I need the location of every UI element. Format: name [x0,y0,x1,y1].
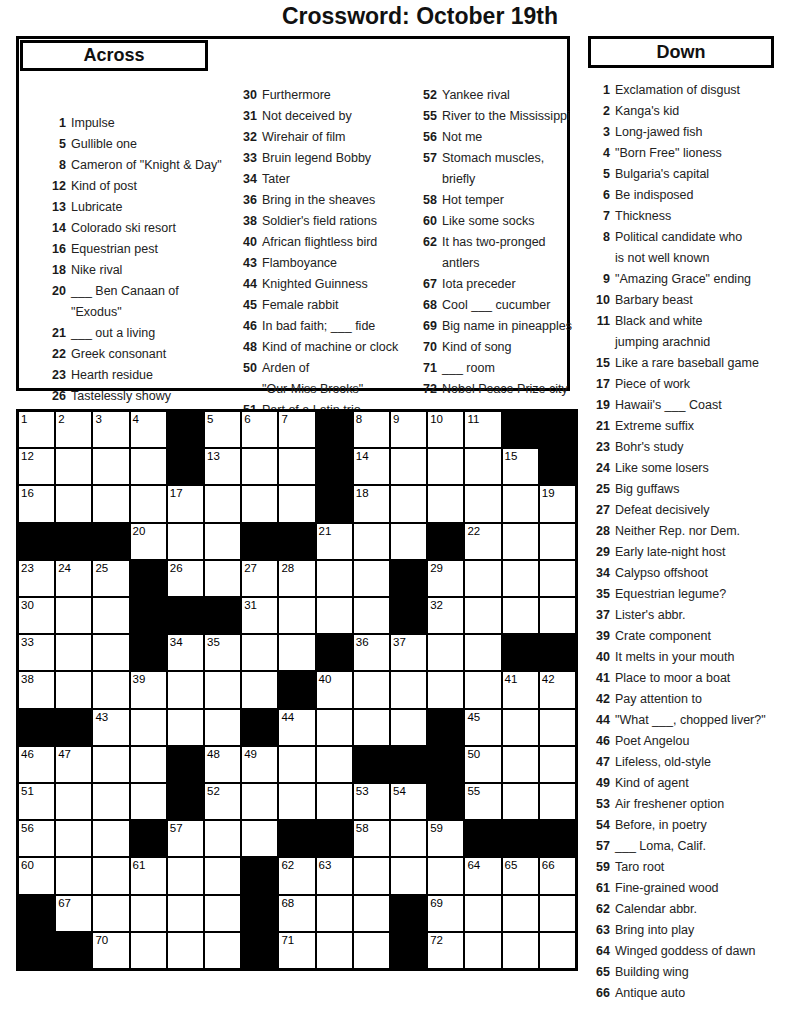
across-clue-column-3: 52Yankee rival55River to the Mississippi… [411,85,587,400]
grid-cell[interactable] [167,857,204,894]
clue-number: 6 [584,185,610,206]
grid-cell[interactable]: 48 [204,746,241,783]
cell-number: 46 [21,747,34,761]
clue-number: 1 [584,80,610,101]
grid-cell[interactable]: 60 [18,857,55,894]
grid-cell[interactable] [167,671,204,708]
grid-cell[interactable]: 20 [130,523,167,560]
clue-text: Nike rival [71,263,122,277]
grid-cell[interactable] [278,597,315,634]
grid-cell[interactable]: 66 [539,857,576,894]
grid-cell[interactable]: 7 [278,411,315,448]
grid-cell[interactable] [241,485,278,522]
grid-cell[interactable] [92,597,129,634]
grid-cell[interactable]: 26 [167,560,204,597]
grid-cell[interactable] [241,634,278,671]
grid-cell[interactable]: 57 [167,820,204,857]
clue-text: African flightless bird [262,235,377,249]
grid-cell[interactable] [92,671,129,708]
clue-number: 57 [411,148,437,169]
grid-cell-black [130,634,167,671]
across-clue: 48Kind of machine or clock [231,337,411,358]
grid-cell[interactable]: 27 [241,560,278,597]
clue-number: 36 [231,190,257,211]
grid-cell[interactable]: 40 [316,671,353,708]
cell-number: 35 [207,635,220,649]
grid-cell-black [18,523,55,560]
grid-cell[interactable] [167,709,204,746]
grid-cell[interactable]: 52 [204,783,241,820]
grid-cell[interactable] [55,634,92,671]
clue-number: 57 [584,836,610,857]
cell-number: 64 [467,858,480,872]
grid-cell[interactable] [502,709,539,746]
grid-cell[interactable] [464,597,501,634]
grid-cell[interactable] [55,820,92,857]
clue-text: Barbary beast [615,293,693,307]
grid-cell[interactable]: 46 [18,746,55,783]
grid-cell[interactable] [464,932,501,969]
down-clue: 46Poet Angelou [584,731,786,752]
grid-cell[interactable]: 70 [92,932,129,969]
grid-cell[interactable] [92,485,129,522]
grid-cell[interactable]: 13 [204,448,241,485]
grid-cell[interactable] [204,932,241,969]
down-clue: 3Long-jawed fish [584,122,786,143]
grid-cell-black [390,746,427,783]
grid-cell-black [278,820,315,857]
grid-cell[interactable] [390,448,427,485]
across-clue: 57Stomach muscles, briefly [411,148,587,190]
grid-cell[interactable] [464,895,501,932]
grid-cell[interactable] [241,671,278,708]
clue-text: Bring in the sheaves [262,193,375,207]
grid-cell[interactable] [130,485,167,522]
grid-cell[interactable] [464,560,501,597]
grid-cell[interactable] [130,783,167,820]
down-clue: 28Neither Rep. nor Dem. [584,521,786,542]
grid-cell[interactable]: 25 [92,560,129,597]
grid-cell[interactable]: 28 [278,560,315,597]
grid-cell[interactable]: 19 [539,485,576,522]
clue-number: 33 [231,148,257,169]
grid-cell[interactable] [390,820,427,857]
clue-text: Kind of post [71,179,137,193]
clue-text: Calypso offshoot [615,566,708,580]
grid-cell[interactable]: 37 [390,634,427,671]
grid-cell[interactable]: 38 [18,671,55,708]
clue-text: Pay attention to [615,692,702,706]
clue-number: 62 [411,232,437,253]
clue-number: 39 [584,626,610,647]
grid-cell[interactable] [241,820,278,857]
grid-cell[interactable] [204,671,241,708]
down-clue: 21Extreme suffix [584,416,786,437]
grid-cell[interactable]: 72 [427,932,464,969]
across-clue-column-2: 30Furthermore31Not deceived by32Wirehair… [231,85,411,421]
grid-cell[interactable] [502,560,539,597]
clue-number: 4 [584,143,610,164]
grid-cell[interactable] [92,783,129,820]
cell-number: 11 [467,412,479,426]
grid-cell[interactable]: 3 [92,411,129,448]
grid-cell[interactable] [502,932,539,969]
grid-cell[interactable]: 42 [539,671,576,708]
grid-cell[interactable]: 43 [92,709,129,746]
clue-number: 54 [584,815,610,836]
clue-number: 26 [40,386,66,407]
grid-cell[interactable]: 51 [18,783,55,820]
down-clue: 9"Amazing Grace" ending [584,269,786,290]
grid-cell[interactable]: 15 [502,448,539,485]
grid-cell-black [390,932,427,969]
clue-number: 70 [411,337,437,358]
cell-number: 38 [21,672,34,686]
grid-cell[interactable] [539,597,576,634]
grid-cell[interactable] [539,895,576,932]
grid-cell[interactable] [464,485,501,522]
clue-text: Long-jawed fish [615,125,703,139]
grid-cell[interactable]: 58 [353,820,390,857]
clue-text: ___ Ben Canaan of "Exodus" [71,284,179,319]
clue-text: Gullible one [71,137,137,151]
grid-cell[interactable] [204,820,241,857]
grid-cell[interactable] [167,895,204,932]
clue-number: 64 [584,941,610,962]
grid-cell-black [316,820,353,857]
grid-cell[interactable] [390,485,427,522]
clue-number: 61 [584,878,610,899]
grid-cell[interactable] [390,857,427,894]
grid-cell[interactable]: 12 [18,448,55,485]
clue-number: 23 [584,437,610,458]
clue-text: Like a rare baseball game [615,356,759,370]
grid-cell[interactable] [316,597,353,634]
grid-cell[interactable] [241,783,278,820]
grid-cell-black [539,448,576,485]
clue-number: 34 [584,563,610,584]
clue-text: Place to moor a boat [615,671,730,685]
grid-cell[interactable] [55,783,92,820]
grid-cell[interactable]: 31 [241,597,278,634]
grid-cell[interactable] [502,523,539,560]
grid-cell-black [55,932,92,969]
grid-cell[interactable]: 45 [464,709,501,746]
cell-number: 62 [281,858,294,872]
grid-cell[interactable] [539,746,576,783]
across-clue: 33Bruin legend Bobby [231,148,411,169]
cell-number: 17 [170,486,183,500]
grid-cell[interactable] [55,448,92,485]
grid-cell[interactable] [130,932,167,969]
grid-cell[interactable] [55,485,92,522]
grid-cell[interactable]: 67 [55,895,92,932]
clue-number: 48 [231,337,257,358]
clue-text: Greek consonant [71,347,166,361]
clue-text: Neither Rep. nor Dem. [615,524,740,538]
grid-cell[interactable]: 30 [18,597,55,634]
grid-cell[interactable] [92,820,129,857]
grid-cell[interactable]: 18 [353,485,390,522]
grid-cell[interactable] [427,634,464,671]
grid-cell[interactable] [427,857,464,894]
grid-cell[interactable] [502,597,539,634]
grid-cell[interactable] [353,932,390,969]
grid-cell[interactable]: 62 [278,857,315,894]
grid-cell[interactable] [353,597,390,634]
grid-cell[interactable] [502,746,539,783]
grid-cell[interactable] [278,485,315,522]
grid-cell[interactable]: 34 [167,634,204,671]
clue-text: Antique auto [615,986,685,1000]
grid-cell[interactable]: 68 [278,895,315,932]
across-clue: 16Equestrian pest [40,239,240,260]
grid-cell[interactable] [353,523,390,560]
down-clue: 62Calendar abbr. [584,899,786,920]
grid-cell[interactable] [278,448,315,485]
grid-cell[interactable]: 71 [278,932,315,969]
clue-text: Cool ___ cucumber [442,298,550,312]
grid-cell[interactable]: 61 [130,857,167,894]
clue-text: Be indisposed [615,188,694,202]
grid-cell[interactable]: 5 [204,411,241,448]
clue-text: Lister's abbr. [615,608,685,622]
grid-cell[interactable] [539,560,576,597]
grid-cell[interactable] [390,523,427,560]
cell-number: 44 [281,710,294,724]
grid-cell[interactable]: 36 [353,634,390,671]
grid-cell[interactable] [316,560,353,597]
grid-cell[interactable] [539,709,576,746]
cell-number: 1 [21,412,27,426]
grid-cell[interactable]: 69 [427,895,464,932]
across-clue: 46In bad faith; ___ fide [231,316,411,337]
grid-cell[interactable] [130,448,167,485]
grid-cell[interactable] [427,671,464,708]
grid-cell-black [464,820,501,857]
grid-cell[interactable] [539,783,576,820]
grid-cell-black [241,932,278,969]
grid-cell[interactable] [204,560,241,597]
grid-cell[interactable] [204,857,241,894]
grid-cell[interactable]: 55 [464,783,501,820]
grid-cell[interactable] [92,895,129,932]
grid-cell[interactable] [204,709,241,746]
grid-cell[interactable] [55,857,92,894]
grid-cell[interactable] [390,709,427,746]
clue-text: Flamboyance [262,256,337,270]
cell-number: 39 [133,672,146,686]
clue-text: "What ___, chopped liver?" [615,713,766,727]
across-header: Across [20,40,208,71]
cell-number: 15 [505,449,518,463]
grid-cell[interactable] [55,597,92,634]
clue-number: 24 [584,458,610,479]
grid-cell[interactable]: 53 [353,783,390,820]
grid-cell[interactable] [316,783,353,820]
cell-number: 70 [95,933,108,947]
clue-number: 21 [584,416,610,437]
grid-cell[interactable] [130,709,167,746]
grid-cell-black [427,523,464,560]
cell-number: 13 [207,449,220,463]
grid-cell[interactable]: 4 [130,411,167,448]
down-clue: 25Big guffaws [584,479,786,500]
clue-text: Political candidate who is not well know… [615,230,742,265]
across-clue: 62It has two-pronged antlers [411,232,587,274]
grid-cell[interactable]: 1 [18,411,55,448]
down-clue: 47Lifeless, old-style [584,752,786,773]
grid-cell[interactable]: 9 [390,411,427,448]
down-clue: 11Black and white jumping arachnid [584,311,786,353]
down-clue: 54Before, in poetry [584,815,786,836]
grid-cell[interactable] [167,932,204,969]
grid-cell[interactable] [539,523,576,560]
grid-cell[interactable]: 17 [167,485,204,522]
clue-number: 27 [584,500,610,521]
grid-cell[interactable]: 54 [390,783,427,820]
grid-cell[interactable]: 33 [18,634,55,671]
grid-cell-black [502,411,539,448]
cell-number: 3 [95,412,101,426]
grid-cell[interactable]: 47 [55,746,92,783]
grid-cell[interactable]: 21 [316,523,353,560]
grid-cell[interactable]: 2 [55,411,92,448]
clue-text: It melts in your mouth [615,650,735,664]
clue-number: 12 [40,176,66,197]
grid-cell[interactable]: 39 [130,671,167,708]
grid-cell[interactable] [167,523,204,560]
clue-number: 38 [231,211,257,232]
grid-cell[interactable] [92,448,129,485]
grid-cell[interactable]: 24 [55,560,92,597]
grid-cell[interactable] [464,671,501,708]
grid-cell[interactable] [502,783,539,820]
grid-cell[interactable] [55,671,92,708]
grid-cell[interactable]: 16 [18,485,55,522]
clue-text: Kind of machine or clock [262,340,398,354]
clue-number: 18 [40,260,66,281]
clue-text: Bulgaria's capital [615,167,709,181]
across-clue: 36Bring in the sheaves [231,190,411,211]
grid-cell[interactable] [130,746,167,783]
grid-cell[interactable]: 41 [502,671,539,708]
grid-cell[interactable] [390,671,427,708]
grid-cell[interactable]: 14 [353,448,390,485]
grid-cell[interactable] [502,895,539,932]
across-clue: 30Furthermore [231,85,411,106]
grid-cell[interactable] [92,746,129,783]
grid-cell[interactable]: 63 [316,857,353,894]
grid-cell[interactable] [353,560,390,597]
cell-number: 21 [319,524,332,538]
clue-text: Big guffaws [615,482,679,496]
grid-cell[interactable] [92,857,129,894]
cell-number: 28 [281,561,294,575]
grid-cell[interactable] [427,448,464,485]
grid-cell[interactable]: 44 [278,709,315,746]
grid-cell[interactable] [464,448,501,485]
across-clue: 58Hot temper [411,190,587,211]
clue-number: 49 [584,773,610,794]
grid-cell[interactable]: 32 [427,597,464,634]
cell-number: 22 [467,524,480,538]
grid-cell[interactable] [353,895,390,932]
grid-cell[interactable] [278,634,315,671]
cell-number: 68 [281,896,294,910]
down-clue: 39Crate component [584,626,786,647]
grid-cell[interactable] [316,746,353,783]
clue-text: Iota preceder [442,277,516,291]
grid-cell[interactable]: 64 [464,857,501,894]
grid-cell[interactable]: 59 [427,820,464,857]
grid-cell[interactable] [502,485,539,522]
clue-number: 29 [584,542,610,563]
grid-cell[interactable] [316,709,353,746]
grid-cell[interactable] [204,485,241,522]
clue-text: Furthermore [262,88,331,102]
grid-cell-black [502,820,539,857]
across-clue: 34Tater [231,169,411,190]
grid-cell[interactable]: 29 [427,560,464,597]
clue-number: 69 [411,316,437,337]
grid-cell[interactable] [204,895,241,932]
grid-cell[interactable] [316,895,353,932]
crossword-grid: 1234567891011121314151617181920212223242… [16,409,578,971]
grid-cell-black [390,895,427,932]
grid-cell-black [278,523,315,560]
grid-cell[interactable]: 50 [464,746,501,783]
grid-cell[interactable]: 23 [18,560,55,597]
grid-cell[interactable] [278,746,315,783]
grid-cell[interactable] [353,671,390,708]
down-clue: 23Bohr's study [584,437,786,458]
grid-cell[interactable]: 11 [464,411,501,448]
cell-number: 33 [21,635,34,649]
grid-cell[interactable]: 56 [18,820,55,857]
grid-cell[interactable] [353,857,390,894]
grid-cell[interactable]: 10 [427,411,464,448]
cell-number: 45 [467,710,480,724]
grid-cell[interactable]: 35 [204,634,241,671]
clue-text: Nobel Peace Prize city [442,382,568,396]
grid-cell[interactable] [464,634,501,671]
grid-cell[interactable]: 22 [464,523,501,560]
clue-text: Tastelessly showy [71,389,171,403]
grid-cell[interactable] [316,932,353,969]
grid-cell[interactable]: 8 [353,411,390,448]
grid-cell[interactable] [539,932,576,969]
grid-cell[interactable]: 6 [241,411,278,448]
grid-cell[interactable]: 49 [241,746,278,783]
grid-cell[interactable] [92,634,129,671]
grid-cell-black [390,597,427,634]
grid-cell[interactable] [130,895,167,932]
cell-number: 14 [356,449,369,463]
clue-text: Before, in poetry [615,818,707,832]
clue-number: 67 [411,274,437,295]
grid-cell-black [539,634,576,671]
grid-cell[interactable] [353,709,390,746]
grid-cell[interactable] [241,448,278,485]
grid-cell[interactable] [278,783,315,820]
grid-cell[interactable] [427,485,464,522]
clue-text: Arden of "Our Miss Brooks" [262,361,363,396]
grid-cell[interactable]: 65 [502,857,539,894]
cell-number: 30 [21,598,34,612]
grid-cell-black [316,485,353,522]
grid-cell[interactable] [204,523,241,560]
